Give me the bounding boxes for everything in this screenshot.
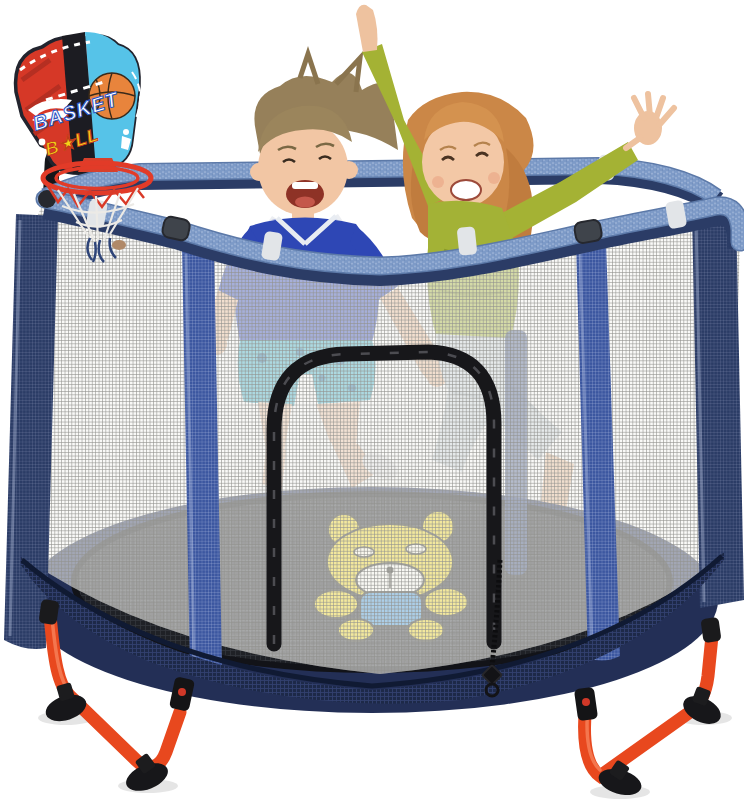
net-bead bbox=[112, 240, 126, 250]
rail-connector bbox=[161, 216, 191, 242]
scene-svg: BASKET B★LL bbox=[0, 0, 744, 800]
girl-smile bbox=[451, 180, 481, 200]
rail-connector bbox=[573, 219, 602, 244]
velcro-strap bbox=[457, 226, 478, 256]
trampoline-product-photo: BASKET B★LL bbox=[0, 0, 744, 800]
girl-raised-hand bbox=[356, 5, 378, 52]
